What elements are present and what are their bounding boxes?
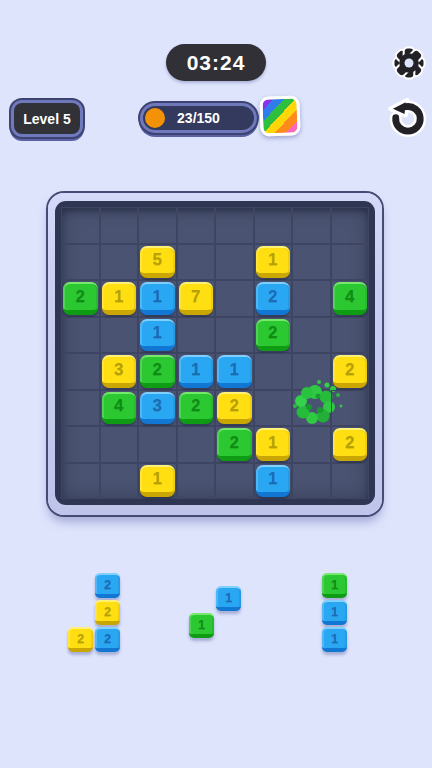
tray-piece-1[interactable]: 2222 [67,572,121,653]
block-Y2: 2 [333,355,368,388]
board-cell[interactable] [292,426,331,463]
board-cell[interactable] [61,244,100,281]
board-cell[interactable] [292,207,331,244]
tray-block-B1: 1 [322,627,347,652]
board-cell[interactable] [292,463,331,500]
progress-label: 23/150 [143,106,254,130]
tray-block-B1: 1 [216,586,241,611]
block-B2: 2 [256,282,291,315]
board-cell[interactable]: 3 [138,390,177,427]
board-cell[interactable]: 2 [177,390,216,427]
board-cell[interactable]: 1 [138,317,177,354]
board-cell[interactable] [254,207,293,244]
board-cell[interactable] [292,280,331,317]
block-B1: 1 [256,465,291,498]
board-cell[interactable]: 2 [331,353,370,390]
board-cell[interactable] [61,317,100,354]
board-cell[interactable] [177,244,216,281]
progress-bar: 23/150 [140,103,257,133]
board-cell[interactable]: 1 [254,244,293,281]
board-cell[interactable] [61,353,100,390]
block-Y7: 7 [179,282,214,315]
board-cell[interactable] [331,207,370,244]
board-cell[interactable] [100,317,139,354]
board-cell[interactable] [215,207,254,244]
board-cell[interactable] [100,426,139,463]
board-cell[interactable] [215,463,254,500]
block-Y2: 2 [333,428,368,461]
board-cell[interactable] [177,426,216,463]
board-grid: 5121172412321124322 21211 [61,207,369,499]
block-Y1: 1 [102,282,137,315]
block-G4: 4 [333,282,368,315]
tray-block-Y2: 2 [68,627,93,652]
board-cell[interactable]: 2 [254,280,293,317]
board-cell[interactable]: 3 [100,353,139,390]
board-cell[interactable]: 1 [177,353,216,390]
board-cell[interactable]: 1 [138,280,177,317]
tray-block-G1: 1 [322,573,347,598]
board-cell[interactable]: 2 [215,390,254,427]
block-Y1: 1 [256,246,291,279]
block-B3: 3 [140,392,175,425]
block-G2: 2 [63,282,98,315]
board-cell[interactable] [61,426,100,463]
undo-icon [387,126,427,141]
tray-block-B2: 2 [95,573,120,598]
board-cell[interactable] [292,390,331,427]
board-rim: 5121172412321124322 21211 [55,201,375,505]
board-cell[interactable] [177,317,216,354]
board-cell[interactable] [100,244,139,281]
game-screen: 03:24 [0,0,432,768]
board-cell[interactable] [177,463,216,500]
board-cell[interactable] [292,317,331,354]
block-Y1: 1 [256,428,291,461]
timer-pill: 03:24 [166,44,266,81]
block-Y2: 2 [217,392,252,425]
board-cell[interactable]: 2 [215,426,254,463]
board-cell[interactable] [61,463,100,500]
board-cell[interactable]: 2 [61,280,100,317]
block-G2: 2 [179,392,214,425]
tray-piece-3[interactable]: 111 [321,572,348,653]
board-cell[interactable]: 1 [254,463,293,500]
block-G4: 4 [102,392,137,425]
board-cell[interactable] [254,390,293,427]
board-cell[interactable] [292,244,331,281]
board-cell[interactable] [254,353,293,390]
block-G2: 2 [217,428,252,461]
board-cell[interactable]: 2 [254,317,293,354]
level-badge: Level 5 [11,100,83,137]
board-cell[interactable] [331,463,370,500]
board-cell[interactable] [215,244,254,281]
tray-block-G1: 1 [189,613,214,638]
board-cell[interactable] [61,207,100,244]
tray-block-B1: 1 [322,600,347,625]
board-cell[interactable] [177,207,216,244]
board-cell[interactable]: 1 [138,463,177,500]
board-cell[interactable]: 5 [138,244,177,281]
board-cell[interactable]: 2 [331,426,370,463]
board-cell[interactable]: 1 [254,426,293,463]
board-cell[interactable]: 4 [100,390,139,427]
tray-piece-2[interactable]: 11 [188,585,242,639]
progress-track: 23/150 [143,106,254,130]
block-G2: 2 [140,355,175,388]
board-cell[interactable] [292,353,331,390]
block-B1: 1 [140,319,175,352]
settings-button[interactable] [391,45,427,81]
undo-button[interactable] [387,96,427,138]
rainbow-tile-icon [259,95,300,136]
tray-block-Y2: 2 [95,600,120,625]
block-B1: 1 [179,355,214,388]
board-cell[interactable]: 1 [215,353,254,390]
block-B1: 1 [140,282,175,315]
block-Y5: 5 [140,246,175,279]
board-cell[interactable] [331,244,370,281]
block-Y3: 3 [102,355,137,388]
gear-icon [391,69,427,84]
block-G2: 2 [256,319,291,352]
board-cell[interactable] [331,317,370,354]
board-cell[interactable] [331,390,370,427]
level-label: Level 5 [14,103,80,134]
board-cell[interactable]: 4 [331,280,370,317]
board-cell[interactable]: 2 [138,353,177,390]
board-cell[interactable] [100,463,139,500]
block-B1: 1 [217,355,252,388]
board-cell[interactable] [138,426,177,463]
board-cell[interactable] [215,280,254,317]
board-cell[interactable]: 1 [100,280,139,317]
block-Y1: 1 [140,465,175,498]
game-board-frame: 5121172412321124322 21211 [48,193,382,515]
tray-block-B2: 2 [95,627,120,652]
board-cell[interactable] [61,390,100,427]
board-cell[interactable]: 7 [177,280,216,317]
board-cell[interactable] [138,207,177,244]
board-cell[interactable] [100,207,139,244]
timer-text: 03:24 [187,51,246,75]
board-cell[interactable] [215,317,254,354]
